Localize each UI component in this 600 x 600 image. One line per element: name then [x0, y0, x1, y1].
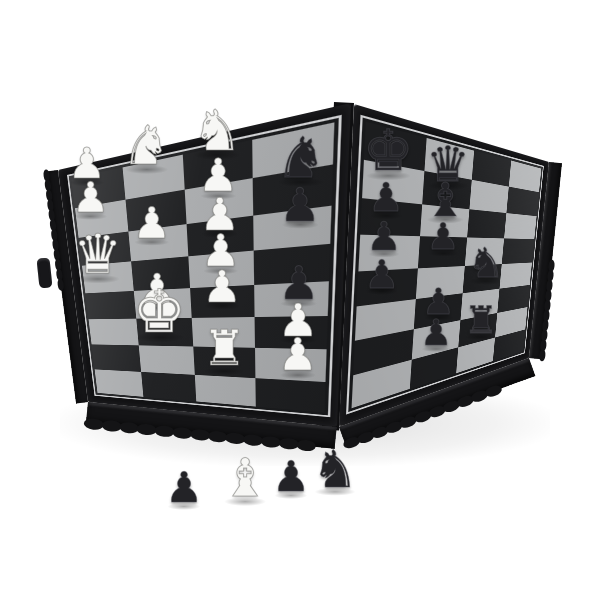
board-left-half [58, 103, 351, 427]
square-c6 [420, 204, 469, 237]
square-b7 [469, 180, 509, 213]
square-d4 [253, 244, 330, 285]
square-h4 [255, 378, 325, 413]
square-h3 [194, 375, 255, 407]
product-photo-scene: ♟♞♞♟♟♟♟♛♟♟♟♚♟♜♟♞♚♛♟♟♝♟♟♟♟♞♟♟♜ ♟♝♟♞ [0, 0, 600, 600]
square-e2 [134, 288, 191, 319]
square-e1 [85, 291, 136, 320]
piece-contact-shadow [167, 503, 201, 510]
square-c8 [504, 213, 537, 239]
square-d5 [358, 235, 420, 271]
piece-contact-shadow [315, 487, 356, 496]
square-d3 [188, 251, 254, 288]
piece-contact-shadow [224, 497, 266, 506]
square-g2 [139, 346, 194, 375]
square-g1 [92, 345, 142, 372]
square-h2 [141, 372, 196, 402]
square-c7 [467, 209, 506, 238]
piece-contact-shadow [274, 492, 308, 499]
square-f2 [136, 318, 192, 347]
square-d6 [418, 236, 467, 268]
square-c2 [129, 224, 188, 262]
square-f4 [254, 316, 327, 350]
square-h1 [95, 369, 144, 397]
board-left-surface [67, 115, 342, 417]
piece-black-pawn-loose-0: ♟ [165, 467, 203, 509]
square-d7 [465, 238, 504, 266]
square-b8 [506, 187, 539, 216]
square-d8 [502, 238, 535, 263]
square-c5 [360, 198, 422, 236]
scallop-bump [57, 278, 65, 291]
square-g4 [255, 348, 327, 382]
case-clasp [36, 257, 52, 288]
square-e3 [190, 285, 255, 318]
pawn-icon: ♟ [165, 467, 203, 509]
square-c3 [186, 215, 253, 256]
left-half-grid [71, 122, 334, 412]
square-e4 [254, 281, 329, 317]
square-c1 [79, 231, 132, 266]
square-d1 [82, 261, 134, 292]
scallop-bump [548, 259, 556, 272]
square-f1 [89, 319, 139, 346]
square-f3 [191, 317, 255, 348]
square-g3 [193, 347, 255, 378]
square-d2 [131, 256, 189, 290]
